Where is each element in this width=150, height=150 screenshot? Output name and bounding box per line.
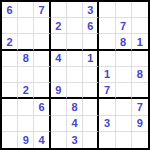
cell-r3c1[interactable]: 2 [2, 34, 18, 50]
cell-r3c2[interactable] [18, 34, 34, 50]
cell-r2c2[interactable] [18, 18, 34, 34]
cell-r2c9[interactable] [132, 18, 148, 34]
cell-r4c4[interactable]: 4 [51, 51, 67, 67]
cell-r6c3[interactable] [34, 83, 50, 99]
cell-r2c1[interactable] [2, 18, 18, 34]
cell-r6c8[interactable] [116, 83, 132, 99]
cell-r7c9[interactable]: 7 [132, 99, 148, 115]
cell-r4c9[interactable] [132, 51, 148, 67]
cell-r5c4[interactable] [51, 67, 67, 83]
cell-r5c6[interactable] [83, 67, 99, 83]
cell-r1c4[interactable] [51, 2, 67, 18]
cell-r8c4[interactable] [51, 116, 67, 132]
cell-r2c4[interactable]: 2 [51, 18, 67, 34]
cell-r5c1[interactable] [2, 67, 18, 83]
cell-r9c1[interactable] [2, 132, 18, 148]
cell-r9c4[interactable] [51, 132, 67, 148]
cell-r5c9[interactable]: 8 [132, 67, 148, 83]
sudoku-board: 67326728184118297687439943 [0, 0, 150, 150]
cell-r7c1[interactable] [2, 99, 18, 115]
cell-r4c7[interactable] [99, 51, 115, 67]
cell-r1c2[interactable] [18, 2, 34, 18]
cell-r6c5[interactable] [67, 83, 83, 99]
cell-r8c8[interactable] [116, 116, 132, 132]
cell-r5c3[interactable] [34, 67, 50, 83]
cell-r1c6[interactable]: 3 [83, 2, 99, 18]
cell-r7c8[interactable] [116, 99, 132, 115]
cell-r1c7[interactable] [99, 2, 115, 18]
cell-r3c6[interactable] [83, 34, 99, 50]
cell-r9c7[interactable] [99, 132, 115, 148]
cell-r9c2[interactable]: 9 [18, 132, 34, 148]
cell-r1c3[interactable]: 7 [34, 2, 50, 18]
cell-r1c1[interactable]: 6 [2, 2, 18, 18]
cell-r1c8[interactable] [116, 2, 132, 18]
cell-r2c3[interactable] [34, 18, 50, 34]
cell-r4c1[interactable] [2, 51, 18, 67]
cell-r2c8[interactable]: 7 [116, 18, 132, 34]
cell-r5c8[interactable] [116, 67, 132, 83]
cell-r4c2[interactable]: 8 [18, 51, 34, 67]
cell-r3c9[interactable]: 1 [132, 34, 148, 50]
cell-r6c6[interactable] [83, 83, 99, 99]
cell-r9c8[interactable] [116, 132, 132, 148]
cell-r7c4[interactable] [51, 99, 67, 115]
cell-r6c9[interactable] [132, 83, 148, 99]
cell-r5c7[interactable]: 1 [99, 67, 115, 83]
cell-r7c5[interactable]: 8 [67, 99, 83, 115]
cell-r8c2[interactable] [18, 116, 34, 132]
cell-r7c3[interactable]: 6 [34, 99, 50, 115]
cell-r2c6[interactable]: 6 [83, 18, 99, 34]
cell-r7c7[interactable] [99, 99, 115, 115]
cell-r3c3[interactable] [34, 34, 50, 50]
cell-r6c7[interactable]: 7 [99, 83, 115, 99]
cell-r8c9[interactable]: 9 [132, 116, 148, 132]
cell-r3c5[interactable] [67, 34, 83, 50]
cell-r8c5[interactable]: 4 [67, 116, 83, 132]
cell-r3c8[interactable]: 8 [116, 34, 132, 50]
cell-r6c2[interactable]: 2 [18, 83, 34, 99]
cell-r8c7[interactable]: 3 [99, 116, 115, 132]
cell-r8c1[interactable] [2, 116, 18, 132]
cell-r3c4[interactable] [51, 34, 67, 50]
cell-r1c5[interactable] [67, 2, 83, 18]
cell-r4c6[interactable]: 1 [83, 51, 99, 67]
cell-r4c8[interactable] [116, 51, 132, 67]
cell-r9c5[interactable]: 3 [67, 132, 83, 148]
cell-r7c2[interactable] [18, 99, 34, 115]
cell-r4c5[interactable] [67, 51, 83, 67]
cell-r8c6[interactable] [83, 116, 99, 132]
cell-r5c5[interactable] [67, 67, 83, 83]
cell-r2c7[interactable] [99, 18, 115, 34]
cell-r6c1[interactable] [2, 83, 18, 99]
cell-r1c9[interactable] [132, 2, 148, 18]
cell-r9c3[interactable]: 4 [34, 132, 50, 148]
cell-r7c6[interactable] [83, 99, 99, 115]
cell-r8c3[interactable] [34, 116, 50, 132]
cell-r3c7[interactable] [99, 34, 115, 50]
cell-r4c3[interactable] [34, 51, 50, 67]
cell-r5c2[interactable] [18, 67, 34, 83]
cell-r6c4[interactable]: 9 [51, 83, 67, 99]
cell-r9c9[interactable] [132, 132, 148, 148]
cell-r2c5[interactable] [67, 18, 83, 34]
cell-r9c6[interactable] [83, 132, 99, 148]
